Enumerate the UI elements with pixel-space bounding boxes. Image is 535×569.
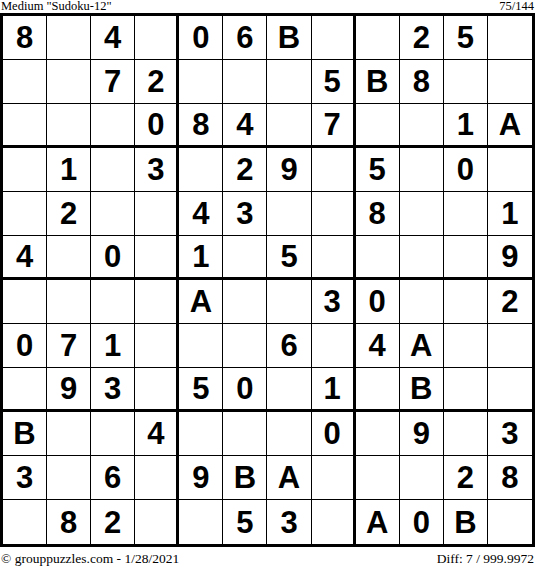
cell-r12c10: 0 xyxy=(400,500,444,544)
cell-r11c3: 6 xyxy=(91,456,135,500)
cell-r7c7[interactable] xyxy=(267,280,311,324)
cell-r4c6: 2 xyxy=(223,148,267,192)
cell-r8c12[interactable] xyxy=(488,324,532,368)
cell-r5c10[interactable] xyxy=(400,192,444,236)
cell-r4c1[interactable] xyxy=(3,148,47,192)
cell-r6c3: 0 xyxy=(91,236,135,280)
cell-r12c12[interactable] xyxy=(488,500,532,544)
cell-r7c8: 3 xyxy=(312,280,356,324)
cell-r5c2: 2 xyxy=(47,192,91,236)
cell-r8c4[interactable] xyxy=(135,324,179,368)
cell-r10c8: 0 xyxy=(312,412,356,456)
cell-r3c12: A xyxy=(488,104,532,148)
cell-r2c12[interactable] xyxy=(488,60,532,104)
cell-r3c7[interactable] xyxy=(267,104,311,148)
cell-r6c10[interactable] xyxy=(400,236,444,280)
cell-r4c12[interactable] xyxy=(488,148,532,192)
cell-r10c1: B xyxy=(3,412,47,456)
cell-r7c11[interactable] xyxy=(444,280,488,324)
cell-r2c2[interactable] xyxy=(47,60,91,104)
cell-r11c7: A xyxy=(267,456,311,500)
cell-r2c6[interactable] xyxy=(223,60,267,104)
cell-r1c12[interactable] xyxy=(488,16,532,60)
cell-r12c11: B xyxy=(444,500,488,544)
cell-r7c4[interactable] xyxy=(135,280,179,324)
puzzle-page: Medium "Sudoku-12" 75/144 8406B25725B808… xyxy=(0,0,535,569)
cell-r3c11: 1 xyxy=(444,104,488,148)
cell-r9c12[interactable] xyxy=(488,368,532,412)
cell-r8c7: 6 xyxy=(267,324,311,368)
cell-r5c7[interactable] xyxy=(267,192,311,236)
cell-r10c12: 3 xyxy=(488,412,532,456)
cell-r11c6: B xyxy=(223,456,267,500)
page-header: Medium "Sudoku-12" 75/144 xyxy=(1,0,534,13)
cell-r12c4[interactable] xyxy=(135,500,179,544)
cell-r3c10[interactable] xyxy=(400,104,444,148)
cell-r1c4[interactable] xyxy=(135,16,179,60)
cell-r4c11: 0 xyxy=(444,148,488,192)
cell-r4c3[interactable] xyxy=(91,148,135,192)
difficulty-text: Diff: 7 / 999.9972 xyxy=(437,551,534,567)
cell-r9c7[interactable] xyxy=(267,368,311,412)
cell-r4c10[interactable] xyxy=(400,148,444,192)
cell-r2c5[interactable] xyxy=(179,60,223,104)
cell-r9c5: 5 xyxy=(179,368,223,412)
cell-r12c7: 3 xyxy=(267,500,311,544)
cell-r3c3[interactable] xyxy=(91,104,135,148)
cell-r7c6[interactable] xyxy=(223,280,267,324)
cell-r3c5: 8 xyxy=(179,104,223,148)
cell-r10c7[interactable] xyxy=(267,412,311,456)
cell-r8c6[interactable] xyxy=(223,324,267,368)
cell-r8c5[interactable] xyxy=(179,324,223,368)
cell-r8c2: 7 xyxy=(47,324,91,368)
cell-r10c4: 4 xyxy=(135,412,179,456)
cell-r4c5[interactable] xyxy=(179,148,223,192)
cell-r6c12: 9 xyxy=(488,236,532,280)
page-footer: © grouppuzzles.com - 1/28/2021 Diff: 7 /… xyxy=(1,550,534,567)
cell-r2c10: 8 xyxy=(400,60,444,104)
cell-r3c9[interactable] xyxy=(356,104,400,148)
cell-r12c9: A xyxy=(356,500,400,544)
cell-r2c8: 5 xyxy=(312,60,356,104)
cell-r9c3: 3 xyxy=(91,368,135,412)
cell-r9c4[interactable] xyxy=(135,368,179,412)
cell-r2c11[interactable] xyxy=(444,60,488,104)
cell-r12c5[interactable] xyxy=(179,500,223,544)
cell-r2c4: 2 xyxy=(135,60,179,104)
cell-r10c10: 9 xyxy=(400,412,444,456)
cell-r7c5: A xyxy=(179,280,223,324)
cell-r1c1: 8 xyxy=(3,16,47,60)
cell-r3c2[interactable] xyxy=(47,104,91,148)
cell-r8c11[interactable] xyxy=(444,324,488,368)
cell-r11c1: 3 xyxy=(3,456,47,500)
cell-r11c10[interactable] xyxy=(400,456,444,500)
cell-r1c11: 5 xyxy=(444,16,488,60)
cell-r1c5: 0 xyxy=(179,16,223,60)
cell-r1c8[interactable] xyxy=(312,16,356,60)
cell-r2c1[interactable] xyxy=(3,60,47,104)
cell-r9c10: B xyxy=(400,368,444,412)
sudoku-board: 8406B25725B808471A1329502438140159A30207… xyxy=(0,13,535,547)
cell-r11c9[interactable] xyxy=(356,456,400,500)
cell-r8c8[interactable] xyxy=(312,324,356,368)
cell-r10c5[interactable] xyxy=(179,412,223,456)
cell-r10c3[interactable] xyxy=(91,412,135,456)
cell-r5c5: 4 xyxy=(179,192,223,236)
cell-r1c2[interactable] xyxy=(47,16,91,60)
cell-r11c12: 8 xyxy=(488,456,532,500)
cell-r3c6: 4 xyxy=(223,104,267,148)
cell-r5c12: 1 xyxy=(488,192,532,236)
cell-r11c2[interactable] xyxy=(47,456,91,500)
copyright-text: © grouppuzzles.com - 1/28/2021 xyxy=(1,551,179,567)
cell-r3c4: 0 xyxy=(135,104,179,148)
cell-r12c2: 8 xyxy=(47,500,91,544)
cell-r11c4[interactable] xyxy=(135,456,179,500)
cell-r12c1[interactable] xyxy=(3,500,47,544)
cell-r6c7: 5 xyxy=(267,236,311,280)
cell-r10c11[interactable] xyxy=(444,412,488,456)
cell-r12c6: 5 xyxy=(223,500,267,544)
cell-r9c2: 9 xyxy=(47,368,91,412)
cell-r8c10: A xyxy=(400,324,444,368)
cell-r10c6[interactable] xyxy=(223,412,267,456)
cell-r4c8[interactable] xyxy=(312,148,356,192)
cell-r7c9: 0 xyxy=(356,280,400,324)
cell-r5c4[interactable] xyxy=(135,192,179,236)
cell-r4c9: 5 xyxy=(356,148,400,192)
cell-r5c6: 3 xyxy=(223,192,267,236)
cell-r2c7[interactable] xyxy=(267,60,311,104)
cell-r5c9: 8 xyxy=(356,192,400,236)
cell-r3c8: 7 xyxy=(312,104,356,148)
cell-r3c1[interactable] xyxy=(3,104,47,148)
cell-r10c9[interactable] xyxy=(356,412,400,456)
cell-r4c4: 3 xyxy=(135,148,179,192)
cell-r6c9[interactable] xyxy=(356,236,400,280)
cell-r8c9: 4 xyxy=(356,324,400,368)
cell-r9c9[interactable] xyxy=(356,368,400,412)
cell-r7c12: 2 xyxy=(488,280,532,324)
puzzle-counter: 75/144 xyxy=(499,0,534,13)
cell-r1c9[interactable] xyxy=(356,16,400,60)
cell-r10c2[interactable] xyxy=(47,412,91,456)
cell-r2c9: B xyxy=(356,60,400,104)
cell-r5c3[interactable] xyxy=(91,192,135,236)
cell-r6c5: 1 xyxy=(179,236,223,280)
puzzle-title: Medium "Sudoku-12" xyxy=(1,0,112,13)
cell-r11c5: 9 xyxy=(179,456,223,500)
cell-r6c11[interactable] xyxy=(444,236,488,280)
cell-r7c3[interactable] xyxy=(91,280,135,324)
cell-r9c8: 1 xyxy=(312,368,356,412)
cell-r6c2[interactable] xyxy=(47,236,91,280)
cell-r7c2[interactable] xyxy=(47,280,91,324)
cell-r11c11: 2 xyxy=(444,456,488,500)
cell-r11c8[interactable] xyxy=(312,456,356,500)
cell-r9c6: 0 xyxy=(223,368,267,412)
cell-r5c8[interactable] xyxy=(312,192,356,236)
cell-r12c3: 2 xyxy=(91,500,135,544)
cell-r4c7: 9 xyxy=(267,148,311,192)
cell-r6c1: 4 xyxy=(3,236,47,280)
cell-r8c3: 1 xyxy=(91,324,135,368)
cell-r9c1[interactable] xyxy=(3,368,47,412)
cell-r12c8[interactable] xyxy=(312,500,356,544)
cell-r5c11[interactable] xyxy=(444,192,488,236)
cell-r6c8[interactable] xyxy=(312,236,356,280)
cell-r7c10[interactable] xyxy=(400,280,444,324)
cell-r8c1: 0 xyxy=(3,324,47,368)
cell-r5c1[interactable] xyxy=(3,192,47,236)
cell-r6c4[interactable] xyxy=(135,236,179,280)
cell-r1c6: 6 xyxy=(223,16,267,60)
cell-r7c1[interactable] xyxy=(3,280,47,324)
cell-r1c3: 4 xyxy=(91,16,135,60)
cell-r4c2: 1 xyxy=(47,148,91,192)
cell-r9c11[interactable] xyxy=(444,368,488,412)
cell-r1c10: 2 xyxy=(400,16,444,60)
cell-r2c3: 7 xyxy=(91,60,135,104)
cell-r1c7: B xyxy=(267,16,311,60)
cell-r6c6[interactable] xyxy=(223,236,267,280)
